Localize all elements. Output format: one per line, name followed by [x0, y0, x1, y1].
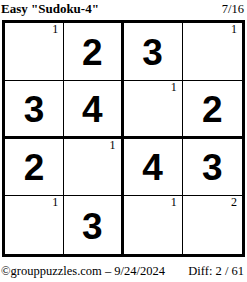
pencil-mark: 1 [52, 23, 58, 36]
grid-cell-r1c2[interactable]: 2 [64, 23, 123, 81]
given-digit: 3 [142, 32, 163, 71]
grid-cell-r1c4[interactable]: 1 [183, 23, 242, 81]
grid-cell-r2c2[interactable]: 4 [64, 81, 123, 139]
pencil-mark: 1 [52, 196, 58, 209]
grid-cell-r2c3[interactable]: 1 [124, 81, 183, 139]
given-digit: 4 [142, 147, 163, 186]
grid-cell-r1c1[interactable]: 1 [5, 23, 64, 81]
puzzle-title: Easy "Sudoku-4" [1, 1, 99, 16]
grid-cell-r1c3[interactable]: 3 [124, 23, 183, 81]
difficulty-text: Diff: 2 / 61 [188, 264, 244, 279]
pencil-mark: 1 [171, 196, 177, 209]
given-digit: 3 [202, 147, 223, 186]
pencil-mark: 2 [231, 196, 237, 209]
grid-cell-r4c3[interactable]: 1 [124, 196, 183, 254]
given-digit: 4 [82, 89, 103, 128]
given-digit: 3 [24, 89, 45, 128]
grid-cell-r2c4[interactable]: 2 [183, 81, 242, 139]
given-digit: 2 [202, 89, 223, 128]
grid-cell-r3c1[interactable]: 2 [5, 139, 64, 197]
grid-cell-r3c3[interactable]: 4 [124, 139, 183, 197]
grid-cell-r3c2[interactable]: 1 [64, 139, 123, 197]
page-header: Easy "Sudoku-4" 7/16 [0, 0, 247, 17]
copyright-text: ©grouppuzzles.com – 9/24/2024 [1, 264, 165, 279]
grid-cell-r3c4[interactable]: 3 [183, 139, 242, 197]
grid-cell-r4c4[interactable]: 2 [183, 196, 242, 254]
page-footer: ©grouppuzzles.com – 9/24/2024 Diff: 2 / … [0, 264, 247, 279]
grid-cell-r4c2[interactable]: 3 [64, 196, 123, 254]
given-digit: 2 [24, 147, 45, 186]
pencil-mark: 1 [110, 139, 116, 152]
grid-cell-r4c1[interactable]: 1 [5, 196, 64, 254]
given-digit: 3 [82, 206, 103, 245]
pencil-mark: 1 [231, 23, 237, 36]
pencil-mark: 1 [171, 81, 177, 94]
sudoku-board: 1231341221431312 [2, 20, 245, 257]
given-digit: 2 [82, 32, 103, 71]
page-number: 7/16 [222, 2, 244, 17]
grid-cell-r2c1[interactable]: 3 [5, 81, 64, 139]
